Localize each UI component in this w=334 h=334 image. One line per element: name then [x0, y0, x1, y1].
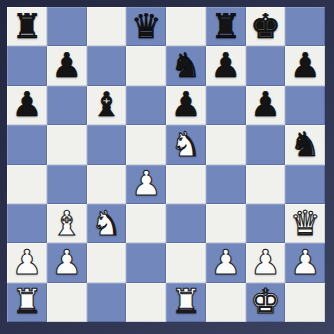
piece-white-pawn-b2[interactable]: ♟ [51, 245, 81, 279]
piece-black-rook-f8[interactable]: ♜ [210, 9, 240, 43]
square-h5[interactable]: ♞ [285, 125, 325, 164]
piece-white-pawn-a2[interactable]: ♟ [12, 245, 42, 279]
square-a3[interactable] [7, 204, 47, 243]
piece-black-pawn-a6[interactable]: ♟ [12, 87, 42, 121]
square-e8[interactable] [166, 7, 206, 46]
piece-black-bishop-c6[interactable]: ♝ [91, 87, 121, 121]
square-e2[interactable] [166, 243, 206, 282]
square-a4[interactable] [7, 165, 47, 204]
square-a7[interactable] [7, 46, 47, 85]
piece-black-pawn-e6[interactable]: ♟ [171, 87, 201, 121]
square-a1[interactable]: ♜ [7, 283, 47, 322]
square-b5[interactable] [47, 125, 87, 164]
piece-black-pawn-h7[interactable]: ♟ [290, 48, 320, 82]
piece-black-rook-a8[interactable]: ♜ [12, 9, 42, 43]
piece-black-pawn-f7[interactable]: ♟ [210, 48, 240, 82]
square-f2[interactable]: ♟ [206, 243, 246, 282]
square-a2[interactable]: ♟ [7, 243, 47, 282]
square-d7[interactable] [126, 46, 166, 85]
square-d3[interactable] [126, 204, 166, 243]
piece-white-rook-e1[interactable]: ♜ [171, 284, 201, 318]
square-d2[interactable] [126, 243, 166, 282]
square-g1[interactable]: ♚ [246, 283, 286, 322]
square-g7[interactable] [246, 46, 286, 85]
square-e3[interactable] [166, 204, 206, 243]
square-b2[interactable]: ♟ [47, 243, 87, 282]
square-c8[interactable] [87, 7, 127, 46]
square-g4[interactable] [246, 165, 286, 204]
piece-black-pawn-g6[interactable]: ♟ [250, 87, 280, 121]
screenshot-stage: ♜♛♜♚♟♞♟♟♟♝♟♟♞♞♟♝♞♛♟♟♟♟♟♜♜♚ [0, 0, 334, 334]
square-c7[interactable] [87, 46, 127, 85]
square-b1[interactable] [47, 283, 87, 322]
piece-black-knight-h5[interactable]: ♞ [290, 127, 320, 161]
square-f8[interactable]: ♜ [206, 7, 246, 46]
square-a5[interactable] [7, 125, 47, 164]
square-f3[interactable] [206, 204, 246, 243]
square-h1[interactable] [285, 283, 325, 322]
square-g2[interactable]: ♟ [246, 243, 286, 282]
square-d5[interactable] [126, 125, 166, 164]
square-e1[interactable]: ♜ [166, 283, 206, 322]
piece-white-knight-c3[interactable]: ♞ [91, 206, 121, 240]
square-e7[interactable]: ♞ [166, 46, 206, 85]
piece-white-pawn-g2[interactable]: ♟ [250, 245, 280, 279]
square-c1[interactable] [87, 283, 127, 322]
piece-black-queen-d8[interactable]: ♛ [131, 9, 161, 43]
square-c4[interactable] [87, 165, 127, 204]
square-b3[interactable]: ♝ [47, 204, 87, 243]
piece-white-pawn-h2[interactable]: ♟ [290, 245, 320, 279]
square-h3[interactable]: ♛ [285, 204, 325, 243]
square-h7[interactable]: ♟ [285, 46, 325, 85]
square-h4[interactable] [285, 165, 325, 204]
square-e4[interactable] [166, 165, 206, 204]
square-g3[interactable] [246, 204, 286, 243]
square-b6[interactable] [47, 86, 87, 125]
chess-board-frame: ♜♛♜♚♟♞♟♟♟♝♟♟♞♞♟♝♞♛♟♟♟♟♟♜♜♚ [0, 0, 334, 334]
square-h2[interactable]: ♟ [285, 243, 325, 282]
square-f4[interactable] [206, 165, 246, 204]
piece-white-bishop-b3[interactable]: ♝ [51, 206, 81, 240]
piece-white-queen-h3[interactable]: ♛ [290, 206, 320, 240]
square-f7[interactable]: ♟ [206, 46, 246, 85]
square-a6[interactable]: ♟ [7, 86, 47, 125]
square-d6[interactable] [126, 86, 166, 125]
piece-white-pawn-f2[interactable]: ♟ [210, 245, 240, 279]
square-d1[interactable] [126, 283, 166, 322]
square-c5[interactable] [87, 125, 127, 164]
square-d8[interactable]: ♛ [126, 7, 166, 46]
square-g6[interactable]: ♟ [246, 86, 286, 125]
square-h6[interactable] [285, 86, 325, 125]
square-b8[interactable] [47, 7, 87, 46]
square-h8[interactable] [285, 7, 325, 46]
square-c2[interactable] [87, 243, 127, 282]
piece-white-knight-e5[interactable]: ♞ [171, 127, 201, 161]
square-c3[interactable]: ♞ [87, 204, 127, 243]
square-f1[interactable] [206, 283, 246, 322]
square-a8[interactable]: ♜ [7, 7, 47, 46]
piece-black-knight-e7[interactable]: ♞ [171, 48, 201, 82]
square-b7[interactable]: ♟ [47, 46, 87, 85]
square-d4[interactable]: ♟ [126, 165, 166, 204]
square-b4[interactable] [47, 165, 87, 204]
piece-black-king-g8[interactable]: ♚ [250, 9, 280, 43]
square-g5[interactable] [246, 125, 286, 164]
board-grid: ♜♛♜♚♟♞♟♟♟♝♟♟♞♞♟♝♞♛♟♟♟♟♟♜♜♚ [7, 7, 325, 322]
piece-white-king-g1[interactable]: ♚ [250, 284, 280, 318]
square-g8[interactable]: ♚ [246, 7, 286, 46]
square-c6[interactable]: ♝ [87, 86, 127, 125]
piece-black-pawn-b7[interactable]: ♟ [51, 48, 81, 82]
square-e5[interactable]: ♞ [166, 125, 206, 164]
square-f6[interactable] [206, 86, 246, 125]
piece-white-rook-a1[interactable]: ♜ [12, 284, 42, 318]
square-e6[interactable]: ♟ [166, 86, 206, 125]
piece-white-pawn-d4[interactable]: ♟ [131, 166, 161, 200]
square-f5[interactable] [206, 125, 246, 164]
